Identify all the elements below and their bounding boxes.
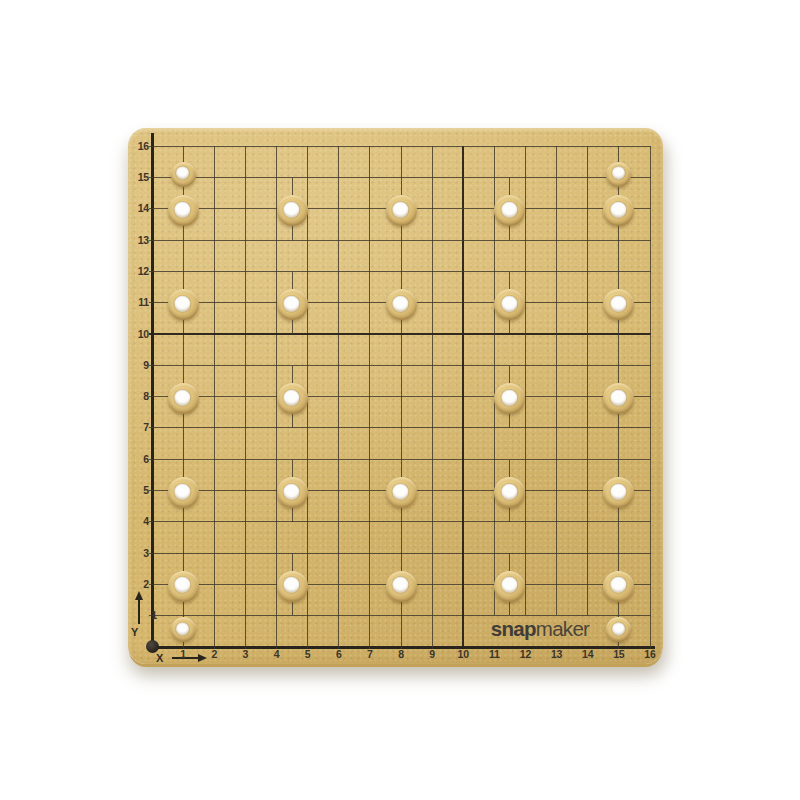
photo-stage: X Y snapmaker 11223344556677889910101111… bbox=[0, 0, 800, 800]
peg-hole-x8-y2-bore bbox=[392, 577, 408, 593]
screw-hole-x15-y15.17-bore bbox=[612, 167, 625, 180]
peg-hole-x15-y8-bore bbox=[610, 389, 626, 405]
y-axis-number-2: 2 bbox=[129, 578, 149, 591]
v-grid-line-10 bbox=[462, 146, 464, 650]
y-axis-number-16: 16 bbox=[129, 140, 149, 153]
peg-hole-x8-y2 bbox=[386, 571, 417, 602]
peg-hole-x15-y11-bore bbox=[610, 295, 626, 311]
peg-hole-x1-y14-bore bbox=[174, 202, 190, 218]
h-grid-line-9 bbox=[149, 365, 651, 366]
y-axis-number-5: 5 bbox=[129, 484, 149, 497]
peg-hole-x4.5-y11-bore bbox=[283, 295, 299, 311]
peg-hole-x15-y2-bore bbox=[610, 577, 626, 593]
peg-hole-x11.5-y14-bore bbox=[501, 202, 517, 218]
peg-hole-x11.5-y8-bore bbox=[501, 389, 517, 405]
peg-hole-x4.5-y8-bore bbox=[283, 389, 299, 405]
v-grid-line-2 bbox=[214, 146, 215, 650]
v-grid-line-12 bbox=[525, 146, 526, 616]
peg-hole-x4.5-y14-bore bbox=[283, 202, 299, 218]
peg-hole-x1-y5-bore bbox=[174, 483, 190, 499]
x-axis-number-13: 13 bbox=[548, 648, 566, 661]
y-axis-number-6: 6 bbox=[129, 453, 149, 466]
peg-hole-x1-y11 bbox=[168, 289, 199, 320]
x-axis-number-3: 3 bbox=[236, 648, 254, 661]
logo-text-snap: snap bbox=[491, 617, 536, 641]
y-axis-number-7: 7 bbox=[129, 421, 149, 434]
y-axis-number-11: 11 bbox=[129, 296, 149, 309]
screw-hole-x15-y0.62-bore bbox=[612, 622, 625, 635]
x-axis-number-6: 6 bbox=[330, 648, 348, 661]
v-grid-line-13 bbox=[556, 146, 557, 616]
h-grid-line-13 bbox=[149, 240, 651, 241]
peg-hole-x4.5-y11 bbox=[277, 289, 308, 320]
y-axis-number-12: 12 bbox=[129, 265, 149, 278]
v-grid-line-14 bbox=[587, 146, 588, 616]
peg-hole-x11.5-y11-bore bbox=[501, 295, 517, 311]
x-axis-number-2: 2 bbox=[205, 648, 223, 661]
peg-hole-x8-y14-bore bbox=[392, 202, 408, 218]
peg-hole-x8-y11 bbox=[386, 289, 417, 320]
v-grid-line-3 bbox=[245, 146, 246, 650]
peg-hole-x4.5-y5 bbox=[277, 477, 308, 508]
y-axis-number-14: 14 bbox=[129, 202, 149, 215]
peg-hole-x8-y5 bbox=[386, 477, 417, 508]
peg-hole-x4.5-y2 bbox=[277, 571, 308, 602]
x-axis-number-4: 4 bbox=[268, 648, 286, 661]
h-grid-line-8 bbox=[149, 396, 651, 397]
x-axis-number-5: 5 bbox=[299, 648, 317, 661]
x-axis-number-10: 10 bbox=[454, 648, 472, 661]
x-axis-label: X bbox=[156, 652, 163, 664]
peg-hole-x8-y14 bbox=[386, 195, 417, 226]
screw-hole-x1-y15.17-bore bbox=[176, 167, 189, 180]
peg-hole-x4.5-y5-bore bbox=[283, 483, 299, 499]
x-axis-number-15: 15 bbox=[610, 648, 628, 661]
y-axis-number-9: 9 bbox=[129, 359, 149, 372]
peg-hole-x1-y14 bbox=[168, 195, 199, 226]
y-axis-arrow bbox=[138, 599, 140, 624]
peg-hole-x4.5-y14 bbox=[277, 195, 308, 226]
peg-hole-x8-y11-bore bbox=[392, 295, 408, 311]
v-grid-line-9 bbox=[432, 146, 433, 650]
y-axis-arrowhead-icon bbox=[135, 591, 143, 600]
y-axis-number-10: 10 bbox=[129, 328, 149, 341]
x-axis-number-12: 12 bbox=[517, 648, 535, 661]
peg-hole-x1-y5 bbox=[168, 477, 199, 508]
origin-dot bbox=[146, 640, 159, 653]
x-axis-number-16: 16 bbox=[641, 648, 659, 661]
y-axis-number-8: 8 bbox=[129, 390, 149, 403]
v-grid-line-7 bbox=[369, 146, 370, 650]
peg-hole-x1-y11-bore bbox=[174, 295, 190, 311]
h-grid-line-15 bbox=[149, 177, 651, 178]
peg-hole-x1-y2-bore bbox=[174, 577, 190, 593]
screw-hole-x15-y15.17 bbox=[606, 162, 631, 187]
x-axis-number-11: 11 bbox=[485, 648, 503, 661]
screw-hole-x1-y0.62-bore bbox=[176, 622, 189, 635]
snapmaker-logo: snapmaker bbox=[477, 617, 603, 641]
h-grid-line-16 bbox=[149, 146, 651, 147]
peg-hole-x1-y8 bbox=[168, 383, 199, 414]
h-grid-line-10 bbox=[149, 333, 651, 335]
x-axis-number-9: 9 bbox=[423, 648, 441, 661]
y-axis-number-15: 15 bbox=[129, 171, 149, 184]
peg-hole-x11.5-y5-bore bbox=[501, 483, 517, 499]
x-axis-number-8: 8 bbox=[392, 648, 410, 661]
screw-hole-x1-y15.17 bbox=[171, 162, 196, 187]
x-axis-number-1: 1 bbox=[174, 648, 192, 661]
peg-hole-x1-y2 bbox=[168, 571, 199, 602]
y-axis-label: Y bbox=[131, 626, 138, 638]
y-axis-number-4: 4 bbox=[129, 515, 149, 528]
logo-text-maker: maker bbox=[536, 617, 589, 641]
y-axis-number-3: 3 bbox=[129, 547, 149, 560]
peg-hole-x4.5-y8 bbox=[277, 383, 308, 414]
y-axis-number-1: 1 bbox=[141, 609, 157, 622]
x-axis-number-7: 7 bbox=[361, 648, 379, 661]
peg-hole-x11.5-y2-bore bbox=[501, 577, 517, 593]
y-axis-number-13: 13 bbox=[129, 234, 149, 247]
screw-hole-x1-y0.62 bbox=[171, 617, 196, 642]
h-grid-line-12 bbox=[149, 271, 651, 272]
peg-hole-x8-y5-bore bbox=[392, 483, 408, 499]
peg-hole-x15-y5-bore bbox=[610, 483, 626, 499]
v-grid-line-6 bbox=[338, 146, 339, 650]
v-grid-line-16 bbox=[650, 146, 651, 650]
y-axis-line bbox=[151, 133, 154, 648]
peg-hole-x4.5-y2-bore bbox=[283, 577, 299, 593]
peg-hole-x15-y14-bore bbox=[610, 202, 626, 218]
x-axis-number-14: 14 bbox=[579, 648, 597, 661]
peg-hole-x1-y8-bore bbox=[174, 389, 190, 405]
